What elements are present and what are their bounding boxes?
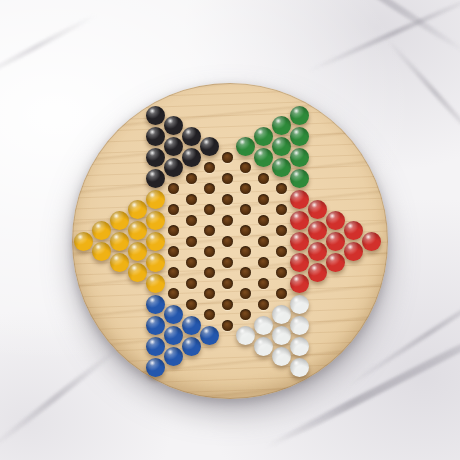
hole[interactable] bbox=[222, 278, 233, 289]
marble-white[interactable] bbox=[290, 316, 309, 335]
marble-red[interactable] bbox=[362, 232, 381, 251]
hole[interactable] bbox=[168, 225, 179, 236]
marble-red[interactable] bbox=[308, 263, 327, 282]
marble-red[interactable] bbox=[290, 253, 309, 272]
hole[interactable] bbox=[186, 173, 197, 184]
marble-yellow[interactable] bbox=[146, 274, 165, 293]
hole[interactable] bbox=[222, 320, 233, 331]
hole[interactable] bbox=[222, 194, 233, 205]
hole[interactable] bbox=[222, 236, 233, 247]
marble-yellow[interactable] bbox=[74, 232, 93, 251]
marble-white[interactable] bbox=[254, 316, 273, 335]
hole[interactable] bbox=[276, 183, 287, 194]
marble-blue[interactable] bbox=[182, 337, 201, 356]
marble-black[interactable] bbox=[182, 148, 201, 167]
hole[interactable] bbox=[240, 204, 251, 215]
hole[interactable] bbox=[240, 225, 251, 236]
hole[interactable] bbox=[240, 267, 251, 278]
marble-white[interactable] bbox=[236, 326, 255, 345]
hole[interactable] bbox=[204, 288, 215, 299]
marble-green[interactable] bbox=[272, 158, 291, 177]
marble-blue[interactable] bbox=[182, 316, 201, 335]
marble-red[interactable] bbox=[326, 232, 345, 251]
hole[interactable] bbox=[258, 194, 269, 205]
hole[interactable] bbox=[240, 246, 251, 257]
marble-red[interactable] bbox=[290, 232, 309, 251]
marble-green[interactable] bbox=[290, 169, 309, 188]
hole[interactable] bbox=[204, 309, 215, 320]
marble-black[interactable] bbox=[182, 127, 201, 146]
hole[interactable] bbox=[258, 236, 269, 247]
marble-green[interactable] bbox=[272, 116, 291, 135]
hole[interactable] bbox=[258, 257, 269, 268]
marble-yellow[interactable] bbox=[146, 211, 165, 230]
marble-yellow[interactable] bbox=[92, 221, 111, 240]
marble-green[interactable] bbox=[272, 137, 291, 156]
marble-green[interactable] bbox=[254, 148, 273, 167]
marble-red[interactable] bbox=[290, 274, 309, 293]
hole[interactable] bbox=[222, 215, 233, 226]
hole[interactable] bbox=[258, 215, 269, 226]
hole[interactable] bbox=[222, 257, 233, 268]
hole[interactable] bbox=[240, 309, 251, 320]
hole[interactable] bbox=[186, 299, 197, 310]
hole[interactable] bbox=[168, 288, 179, 299]
hole[interactable] bbox=[168, 246, 179, 257]
marble-red[interactable] bbox=[308, 221, 327, 240]
marble-vein bbox=[0, 343, 124, 452]
hole[interactable] bbox=[276, 204, 287, 215]
hole[interactable] bbox=[258, 299, 269, 310]
marble-yellow[interactable] bbox=[92, 242, 111, 261]
hole[interactable] bbox=[204, 204, 215, 215]
hole[interactable] bbox=[204, 162, 215, 173]
marble-white[interactable] bbox=[272, 305, 291, 324]
marble-blue[interactable] bbox=[200, 326, 219, 345]
marble-countertop-background bbox=[0, 0, 460, 460]
marble-black[interactable] bbox=[164, 137, 183, 156]
marble-red[interactable] bbox=[308, 200, 327, 219]
hole[interactable] bbox=[186, 215, 197, 226]
hole[interactable] bbox=[276, 288, 287, 299]
marble-red[interactable] bbox=[308, 242, 327, 261]
marble-white[interactable] bbox=[272, 326, 291, 345]
marble-green[interactable] bbox=[290, 106, 309, 125]
marble-white[interactable] bbox=[254, 337, 273, 356]
marble-red[interactable] bbox=[290, 211, 309, 230]
marble-blue[interactable] bbox=[146, 358, 165, 377]
hole[interactable] bbox=[240, 288, 251, 299]
marble-blue[interactable] bbox=[164, 305, 183, 324]
hole[interactable] bbox=[204, 246, 215, 257]
marble-black[interactable] bbox=[146, 127, 165, 146]
marble-yellow[interactable] bbox=[110, 232, 129, 251]
hole[interactable] bbox=[204, 225, 215, 236]
marble-yellow[interactable] bbox=[110, 253, 129, 272]
marble-yellow[interactable] bbox=[110, 211, 129, 230]
marble-yellow[interactable] bbox=[128, 221, 147, 240]
marble-yellow[interactable] bbox=[128, 200, 147, 219]
hole[interactable] bbox=[222, 173, 233, 184]
marble-green[interactable] bbox=[290, 148, 309, 167]
marble-blue[interactable] bbox=[164, 326, 183, 345]
marble-red[interactable] bbox=[290, 190, 309, 209]
marble-black[interactable] bbox=[164, 158, 183, 177]
marble-green[interactable] bbox=[236, 137, 255, 156]
hole[interactable] bbox=[168, 183, 179, 194]
marble-red[interactable] bbox=[344, 221, 363, 240]
hole[interactable] bbox=[240, 162, 251, 173]
marble-yellow[interactable] bbox=[146, 253, 165, 272]
hole[interactable] bbox=[276, 225, 287, 236]
hole[interactable] bbox=[186, 236, 197, 247]
marble-green[interactable] bbox=[254, 127, 273, 146]
marble-white[interactable] bbox=[290, 295, 309, 314]
marble-green[interactable] bbox=[290, 127, 309, 146]
marble-black[interactable] bbox=[146, 106, 165, 125]
marble-black[interactable] bbox=[200, 137, 219, 156]
marble-black[interactable] bbox=[146, 169, 165, 188]
hole[interactable] bbox=[258, 278, 269, 289]
marble-yellow[interactable] bbox=[128, 263, 147, 282]
marble-blue[interactable] bbox=[146, 316, 165, 335]
hole[interactable] bbox=[168, 267, 179, 278]
hole[interactable] bbox=[204, 267, 215, 278]
marble-white[interactable] bbox=[290, 358, 309, 377]
marble-yellow[interactable] bbox=[128, 242, 147, 261]
marble-yellow[interactable] bbox=[146, 190, 165, 209]
marble-vein bbox=[383, 35, 460, 150]
marble-yellow[interactable] bbox=[146, 232, 165, 251]
marble-red[interactable] bbox=[326, 253, 345, 272]
marble-vein bbox=[0, 12, 98, 82]
marble-white[interactable] bbox=[272, 347, 291, 366]
chinese-checkers-board bbox=[72, 83, 388, 399]
marble-white[interactable] bbox=[290, 337, 309, 356]
marble-red[interactable] bbox=[326, 211, 345, 230]
hole[interactable] bbox=[240, 183, 251, 194]
hole[interactable] bbox=[222, 152, 233, 163]
hole[interactable] bbox=[168, 204, 179, 215]
hole[interactable] bbox=[222, 299, 233, 310]
marble-black[interactable] bbox=[164, 116, 183, 135]
hole[interactable] bbox=[276, 246, 287, 257]
marble-blue[interactable] bbox=[164, 347, 183, 366]
marble-vein bbox=[256, 0, 460, 57]
hole[interactable] bbox=[204, 183, 215, 194]
hole[interactable] bbox=[186, 278, 197, 289]
hole[interactable] bbox=[186, 194, 197, 205]
marble-vein bbox=[307, 0, 460, 73]
marble-red[interactable] bbox=[344, 242, 363, 261]
hole[interactable] bbox=[276, 267, 287, 278]
marble-black[interactable] bbox=[146, 148, 165, 167]
marble-blue[interactable] bbox=[146, 295, 165, 314]
hole[interactable] bbox=[186, 257, 197, 268]
marble-blue[interactable] bbox=[146, 337, 165, 356]
hole[interactable] bbox=[258, 173, 269, 184]
